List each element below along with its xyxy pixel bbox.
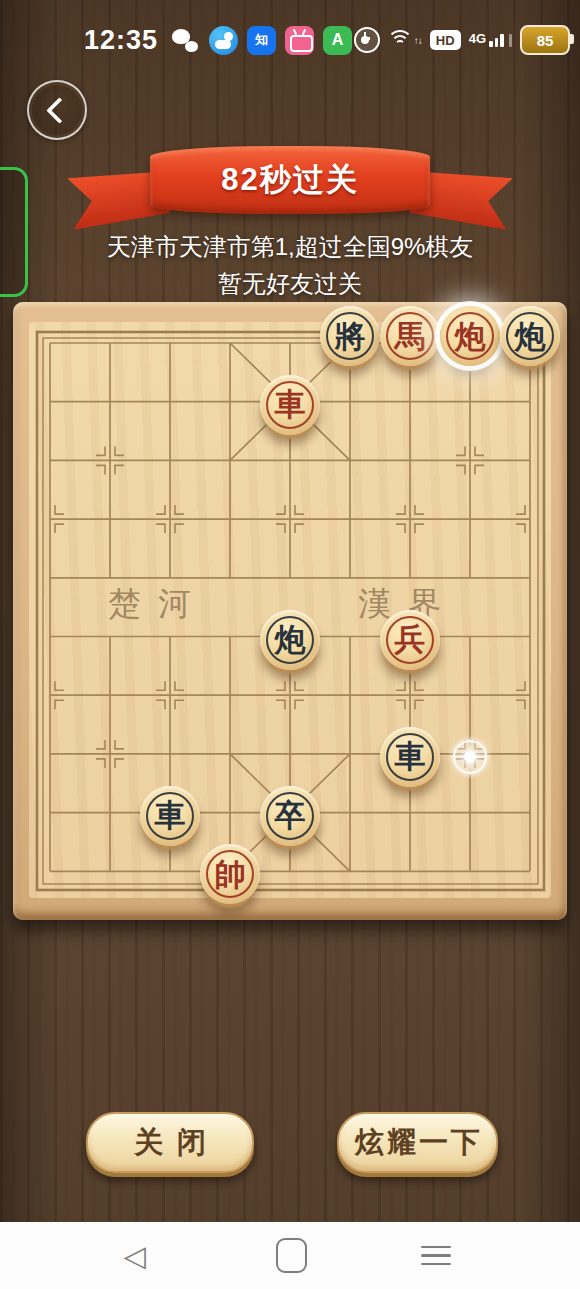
show-off-button[interactable]: 炫耀一下 — [337, 1112, 498, 1173]
app-screen: 12:35 知 A ↑↓ HD 4G 85 82秒过关 — [0, 0, 580, 1289]
friends-line: 暂无好友过关 — [0, 265, 580, 302]
alarm-icon — [354, 27, 380, 53]
piece-glyph: 帥 — [215, 859, 246, 890]
rank-line: 天津市天津市第1,超过全国9%棋友 — [0, 228, 580, 265]
nav-back-icon[interactable] — [105, 1222, 165, 1289]
piece-glyph: 兵 — [395, 624, 426, 655]
piece-red[interactable]: 兵 — [380, 610, 440, 670]
piece-red-selected[interactable]: 炮 — [440, 306, 500, 366]
target-sparkle-cursor — [448, 735, 492, 779]
piece-glyph: 卒 — [275, 800, 306, 831]
piece-glyph: 車 — [395, 741, 426, 772]
wifi-icon — [388, 30, 412, 50]
nav-home-icon[interactable] — [261, 1222, 321, 1289]
piece-red[interactable]: 馬 — [380, 306, 440, 366]
piece-black[interactable]: 炮 — [260, 610, 320, 670]
piece-glyph: 馬 — [395, 321, 426, 352]
piece-black[interactable]: 將 — [320, 306, 380, 366]
status-bar-left: 12:35 知 A — [84, 22, 369, 58]
wechat-icon — [171, 26, 200, 55]
app-a-icon: A — [323, 26, 352, 55]
hd-badge: HD — [430, 30, 461, 50]
piece-glyph: 車 — [155, 800, 186, 831]
signal-4g-icon: 4G — [469, 34, 512, 47]
nav-menu-icon[interactable] — [406, 1222, 466, 1289]
piece-black[interactable]: 卒 — [260, 786, 320, 846]
browser-icon — [209, 26, 238, 55]
close-button[interactable]: 关闭 — [86, 1112, 254, 1173]
piece-red[interactable]: 車 — [260, 375, 320, 435]
battery-icon: 85 — [520, 25, 570, 55]
android-nav-bar — [0, 1222, 580, 1289]
piece-black[interactable]: 炮 — [500, 306, 560, 366]
battery-percent: 85 — [537, 32, 554, 49]
back-button[interactable] — [27, 80, 87, 140]
piece-glyph: 車 — [275, 389, 306, 420]
piece-black[interactable]: 車 — [380, 727, 440, 787]
result-ribbon: 82秒过关 — [70, 146, 510, 232]
piece-black[interactable]: 車 — [140, 786, 200, 846]
clear-time-title: 82秒过关 — [221, 159, 358, 201]
ribbon-band: 82秒过关 — [150, 146, 430, 214]
piece-glyph: 將 — [335, 321, 366, 352]
status-bar-right: ↑↓ HD 4G 85 — [354, 22, 570, 58]
clock-time: 12:35 — [84, 25, 158, 56]
piece-red[interactable]: 帥 — [200, 844, 260, 904]
piece-glyph: 炮 — [515, 321, 546, 352]
xiangqi-board[interactable]: 楚河 漢界 將馬炮炮車炮兵車車卒帥 — [13, 302, 567, 920]
result-text: 天津市天津市第1,超过全国9%棋友 暂无好友过关 — [0, 228, 580, 302]
river-text-left: 楚河 — [108, 582, 208, 627]
piece-glyph: 炮 — [275, 624, 306, 655]
back-chevron-icon — [46, 97, 73, 124]
video-app-icon — [285, 26, 314, 55]
piece-glyph: 炮 — [455, 321, 486, 352]
wifi-traffic-arrows: ↑↓ — [414, 35, 422, 46]
zhihu-icon: 知 — [247, 26, 276, 55]
status-bar: 12:35 知 A ↑↓ HD 4G 85 — [0, 22, 580, 58]
